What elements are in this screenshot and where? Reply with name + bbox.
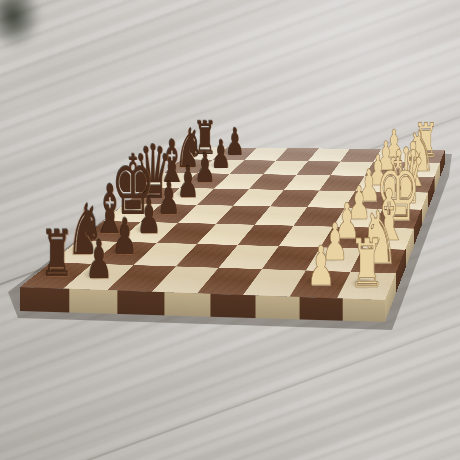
chessboard-photo: ♜♞♝♛♚♝♞♜♟♟♟♟♟♟♟♟♟♟♟♟♟♟♟♟♜♞♝♛♚♝♞♜ xyxy=(0,0,460,460)
dark-pawn-glyph: ♟ xyxy=(42,233,156,286)
pieces-layer: ♜♞♝♛♚♝♞♜♟♟♟♟♟♟♟♟♟♟♟♟♟♟♟♟♜♞♝♛♚♝♞♜ xyxy=(0,0,460,460)
light-rook-glyph: ♜ xyxy=(308,230,427,298)
